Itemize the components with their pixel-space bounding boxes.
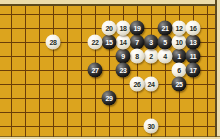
go-stone-black-11: 11	[186, 49, 201, 64]
move-number: 22	[92, 39, 99, 46]
move-number: 7	[135, 39, 138, 46]
move-number: 5	[163, 39, 166, 46]
frame-bottom	[0, 136, 220, 139]
move-number: 26	[134, 81, 141, 88]
move-number: 23	[120, 67, 127, 74]
go-stone-white-16: 16	[186, 21, 201, 36]
go-stone-white-24: 24	[144, 77, 159, 92]
move-number: 1	[177, 53, 180, 60]
frame-right	[215, 0, 220, 139]
frame-top	[0, 0, 220, 6]
go-stone-black-19: 19	[130, 21, 145, 36]
go-stone-white-14: 14	[116, 35, 131, 50]
move-number: 9	[121, 53, 124, 60]
go-stone-white-12: 12	[172, 21, 187, 36]
go-stone-white-28: 28	[46, 35, 61, 50]
frame-bottom-light	[0, 137, 220, 139]
go-stone-white-10: 10	[172, 35, 187, 50]
go-stone-white-4: 4	[158, 49, 173, 64]
go-stone-white-26: 26	[130, 77, 145, 92]
move-number: 17	[190, 67, 197, 74]
goban: 1234567891011121314151617181920212223242…	[0, 0, 220, 139]
go-stone-black-23: 23	[116, 63, 131, 78]
move-number: 12	[176, 25, 183, 32]
go-stone-black-5: 5	[158, 35, 173, 50]
go-stone-black-3: 3	[144, 35, 159, 50]
go-stone-white-20: 20	[102, 21, 117, 36]
move-number: 11	[190, 53, 196, 60]
frame-top-dark	[0, 4, 220, 6]
move-number: 25	[176, 81, 183, 88]
go-stone-white-6: 6	[172, 63, 187, 78]
move-number: 8	[135, 53, 138, 60]
move-number: 14	[120, 39, 127, 46]
frame-right-dark	[215, 0, 217, 139]
go-stone-white-22: 22	[88, 35, 103, 50]
move-number: 15	[106, 39, 113, 46]
move-number: 20	[106, 25, 113, 32]
move-number: 30	[148, 123, 155, 130]
go-stone-white-30: 30	[144, 119, 159, 134]
move-number: 16	[190, 25, 197, 32]
move-number: 2	[149, 53, 152, 60]
go-stone-black-7: 7	[130, 35, 145, 50]
go-stone-black-13: 13	[186, 35, 201, 50]
go-stone-white-18: 18	[116, 21, 131, 36]
go-stone-black-9: 9	[116, 49, 131, 64]
go-stone-black-29: 29	[102, 91, 117, 106]
move-number: 29	[106, 95, 113, 102]
move-number: 27	[92, 67, 99, 74]
move-number: 28	[50, 39, 57, 46]
move-number: 6	[177, 67, 180, 74]
go-stone-black-1: 1	[172, 49, 187, 64]
frame-bottom-dark	[0, 136, 220, 137]
move-number: 19	[134, 25, 141, 32]
go-stone-black-15: 15	[102, 35, 117, 50]
go-diagram: 1234567891011121314151617181920212223242…	[0, 0, 220, 139]
move-number: 21	[162, 25, 169, 32]
go-stone-black-17: 17	[186, 63, 201, 78]
move-number: 3	[149, 39, 152, 46]
go-stone-black-25: 25	[172, 77, 187, 92]
move-number: 13	[190, 39, 197, 46]
go-stone-black-27: 27	[88, 63, 103, 78]
move-number: 10	[176, 39, 183, 46]
go-stone-white-8: 8	[130, 49, 145, 64]
move-number: 4	[163, 53, 166, 60]
go-stone-black-21: 21	[158, 21, 173, 36]
frame-right-light	[217, 0, 220, 139]
move-number: 18	[120, 25, 127, 32]
move-number: 24	[148, 81, 155, 88]
go-stone-white-2: 2	[144, 49, 159, 64]
